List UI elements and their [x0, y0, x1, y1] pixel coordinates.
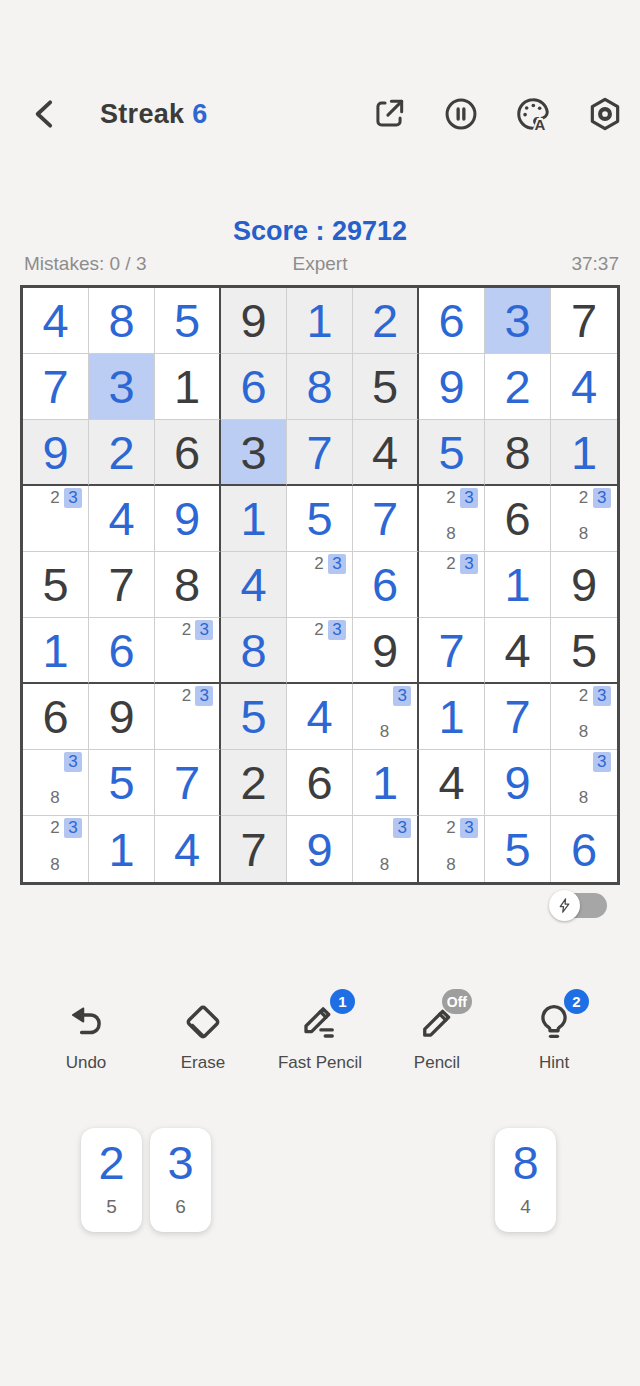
- pencil-mark-8: 8: [376, 722, 394, 742]
- cell-r9c7[interactable]: 238: [419, 816, 485, 882]
- cell-r3c4[interactable]: 3: [221, 420, 287, 486]
- share-icon: [370, 95, 408, 133]
- cell-r5c9[interactable]: 9: [551, 552, 617, 618]
- lightning-bolt-icon: [556, 897, 573, 914]
- pencil-marks: 23: [287, 552, 352, 617]
- cell-r5c4[interactable]: 4: [221, 552, 287, 618]
- user-digit: 5: [108, 759, 134, 806]
- pencil-mark-3: 3: [460, 554, 478, 574]
- user-digit: 3: [108, 363, 134, 410]
- cell-r5c8[interactable]: 1: [485, 552, 551, 618]
- number-card-2[interactable]: 25: [81, 1128, 142, 1232]
- cell-r5c7[interactable]: 23: [419, 552, 485, 618]
- given-digit: 9: [108, 693, 134, 740]
- pencil-marks: 23: [419, 552, 484, 617]
- given-digit: 9: [571, 561, 597, 608]
- pencil-mark-3: 3: [593, 488, 611, 508]
- pencil-mark-2: 2: [46, 818, 64, 838]
- pencil-mark-3: 3: [328, 620, 346, 640]
- cell-r4c4[interactable]: 1: [221, 486, 287, 552]
- pencil-mark-3: 3: [328, 554, 346, 574]
- svg-text:A: A: [535, 116, 546, 133]
- user-digit: 1: [108, 826, 134, 873]
- cell-r7c2[interactable]: 9: [89, 684, 155, 750]
- cell-r8c2[interactable]: 5: [89, 750, 155, 816]
- user-digit: 1: [42, 627, 68, 674]
- pencil-mark-3: 3: [460, 818, 478, 838]
- pencil-marks: 38: [353, 684, 417, 749]
- user-digit: 6: [571, 826, 597, 873]
- cell-r7c3[interactable]: 23: [155, 684, 221, 750]
- streak-title: Streak 6: [100, 99, 208, 130]
- toolbar: Undo Erase 1 Fast Pencil: [30, 1000, 610, 1073]
- pencil-mark-8: 8: [376, 855, 394, 875]
- score-text: Score : 29712: [0, 216, 640, 247]
- erase-icon: [182, 1001, 224, 1043]
- given-digit: 4: [504, 627, 530, 674]
- undo-button[interactable]: Undo: [30, 1000, 142, 1073]
- cell-r6c1[interactable]: 1: [23, 618, 89, 684]
- cell-r4c8[interactable]: 6: [485, 486, 551, 552]
- pencil-mark-8: 8: [46, 788, 64, 808]
- erase-label: Erase: [181, 1053, 225, 1073]
- cell-r3c2[interactable]: 2: [89, 420, 155, 486]
- user-digit: 2: [504, 363, 530, 410]
- user-digit: 7: [306, 429, 332, 476]
- cell-r2c9[interactable]: 4: [551, 354, 617, 420]
- pencil-mark-2: 2: [46, 488, 64, 508]
- pencil-mark-2: 2: [574, 488, 592, 508]
- user-digit: 7: [504, 693, 530, 740]
- cell-r2c5[interactable]: 8: [287, 354, 353, 420]
- cell-r5c2[interactable]: 7: [89, 552, 155, 618]
- given-digit: 7: [571, 297, 597, 344]
- pencil-mark-8: 8: [574, 722, 592, 742]
- cell-r1c1[interactable]: 4: [23, 288, 89, 354]
- user-digit: 4: [306, 693, 332, 740]
- cell-r3c5[interactable]: 7: [287, 420, 353, 486]
- cell-r1c3[interactable]: 5: [155, 288, 221, 354]
- pencil-marks: 38: [551, 750, 617, 815]
- pencil-mark-2: 2: [310, 554, 328, 574]
- pencil-marks: 238: [23, 816, 88, 882]
- given-digit: 5: [372, 363, 398, 410]
- user-digit: 7: [174, 759, 200, 806]
- user-digit: 4: [571, 363, 597, 410]
- given-digit: 9: [240, 297, 266, 344]
- cell-r7c6[interactable]: 38: [353, 684, 419, 750]
- user-digit: 1: [372, 759, 398, 806]
- given-digit: 4: [372, 429, 398, 476]
- pencil-mark-3: 3: [64, 488, 82, 508]
- given-digit: 6: [174, 429, 200, 476]
- cell-r8c4[interactable]: 2: [221, 750, 287, 816]
- user-digit: 5: [306, 495, 332, 542]
- user-digit: 6: [108, 627, 134, 674]
- hint-button[interactable]: 2 Hint: [498, 1000, 610, 1073]
- cell-r5c5[interactable]: 23: [287, 552, 353, 618]
- pencil-mark-8: 8: [574, 524, 592, 544]
- pencil-marks: 38: [23, 750, 88, 815]
- pencil-marks: 238: [419, 486, 484, 551]
- timer: 37:37: [571, 253, 619, 275]
- cell-r1c2[interactable]: 8: [89, 288, 155, 354]
- fast-pencil-badge: 1: [330, 989, 355, 1014]
- hint-badge: 2: [564, 989, 589, 1014]
- pencil-mark-2: 2: [442, 818, 460, 838]
- user-digit: 9: [42, 429, 68, 476]
- cell-r8c9[interactable]: 38: [551, 750, 617, 816]
- user-digit: 2: [108, 429, 134, 476]
- cell-r9c9[interactable]: 6: [551, 816, 617, 882]
- cell-r3c3[interactable]: 6: [155, 420, 221, 486]
- cell-r5c3[interactable]: 8: [155, 552, 221, 618]
- difficulty-label: Expert: [0, 253, 640, 275]
- cell-r1c9[interactable]: 7: [551, 288, 617, 354]
- pencil-marks: 238: [419, 816, 484, 882]
- user-digit: 5: [240, 693, 266, 740]
- cell-r4c2[interactable]: 4: [89, 486, 155, 552]
- pencil-marks: 238: [551, 486, 617, 551]
- theme-palette-icon: A: [514, 95, 552, 133]
- pencil-mark-3: 3: [393, 686, 411, 706]
- undo-icon: [65, 1001, 107, 1043]
- user-digit: 7: [42, 363, 68, 410]
- pencil-mark-2: 2: [310, 620, 328, 640]
- user-digit: 8: [108, 297, 134, 344]
- cell-r5c6[interactable]: 6: [353, 552, 419, 618]
- pencil-mark-2: 2: [574, 686, 592, 706]
- theme-button[interactable]: A: [514, 95, 552, 133]
- cell-r1c4[interactable]: 9: [221, 288, 287, 354]
- user-digit: 5: [174, 297, 200, 344]
- cell-r2c3[interactable]: 1: [155, 354, 221, 420]
- cell-r2c8[interactable]: 2: [485, 354, 551, 420]
- given-digit: 6: [504, 495, 530, 542]
- pencil-mark-3: 3: [393, 818, 411, 838]
- cell-r6c8[interactable]: 4: [485, 618, 551, 684]
- cell-r1c6[interactable]: 2: [353, 288, 419, 354]
- pencil-mark-2: 2: [442, 488, 460, 508]
- cell-r8c3[interactable]: 7: [155, 750, 221, 816]
- status-bar: Mistakes: 0 / 3 Expert 37:37: [0, 253, 640, 279]
- given-digit: 5: [571, 627, 597, 674]
- fast-pencil-button[interactable]: 1 Fast Pencil: [264, 1000, 376, 1073]
- cell-r4c3[interactable]: 9: [155, 486, 221, 552]
- card-remaining-count: 6: [175, 1196, 186, 1218]
- user-digit: 1: [306, 297, 332, 344]
- user-digit: 9: [504, 759, 530, 806]
- cell-r8c1[interactable]: 38: [23, 750, 89, 816]
- pencil-marks: 238: [551, 684, 617, 749]
- share-button[interactable]: [370, 95, 408, 133]
- user-digit: 4: [240, 561, 266, 608]
- pause-icon: [442, 95, 480, 133]
- user-digit: 5: [504, 826, 530, 873]
- sudoku-board: 4859126377316859249263745812349157238623…: [20, 285, 620, 885]
- pause-button[interactable]: [442, 95, 480, 133]
- pencil-mark-3: 3: [593, 686, 611, 706]
- pencil-mark-8: 8: [442, 855, 460, 875]
- cell-r9c3[interactable]: 4: [155, 816, 221, 882]
- given-digit: 3: [240, 429, 266, 476]
- cell-r9c2[interactable]: 1: [89, 816, 155, 882]
- pencil-marks: 23: [155, 618, 219, 682]
- cell-r1c5[interactable]: 1: [287, 288, 353, 354]
- cell-r2c6[interactable]: 5: [353, 354, 419, 420]
- pencil-mark-3: 3: [64, 752, 82, 772]
- given-digit: 8: [504, 429, 530, 476]
- cell-r9c4[interactable]: 7: [221, 816, 287, 882]
- pencil-button[interactable]: Off Pencil: [381, 1000, 493, 1073]
- undo-label: Undo: [66, 1053, 107, 1073]
- card-digit: 8: [512, 1139, 538, 1186]
- sudoku-app: Streak 6 A: [0, 0, 640, 1386]
- cell-r4c5[interactable]: 5: [287, 486, 353, 552]
- user-digit: 6: [372, 561, 398, 608]
- cell-r6c2[interactable]: 6: [89, 618, 155, 684]
- card-digit: 3: [167, 1139, 193, 1186]
- user-digit: 8: [306, 363, 332, 410]
- cell-r8c5[interactable]: 6: [287, 750, 353, 816]
- fast-pencil-label: Fast Pencil: [278, 1053, 362, 1073]
- cell-r6c3[interactable]: 23: [155, 618, 221, 684]
- erase-button[interactable]: Erase: [147, 1000, 259, 1073]
- cell-r2c4[interactable]: 6: [221, 354, 287, 420]
- given-digit: 1: [174, 363, 200, 410]
- pencil-mark-3: 3: [460, 488, 478, 508]
- settings-icon: [586, 95, 624, 133]
- back-chevron-icon: [26, 94, 66, 134]
- given-digit: 6: [42, 693, 68, 740]
- cell-r3c1[interactable]: 9: [23, 420, 89, 486]
- pencil-label: Pencil: [414, 1053, 460, 1073]
- cell-r9c1[interactable]: 238: [23, 816, 89, 882]
- given-digit: 8: [174, 561, 200, 608]
- pencil-marks: 23: [287, 618, 352, 682]
- cell-r1c8[interactable]: 3: [485, 288, 551, 354]
- user-digit: 1: [438, 693, 464, 740]
- streak-label: Streak: [100, 99, 184, 129]
- cell-r6c9[interactable]: 5: [551, 618, 617, 684]
- user-digit: 2: [372, 297, 398, 344]
- pencil-marks: 23: [155, 684, 219, 749]
- pencil-mark-8: 8: [46, 855, 64, 875]
- cell-r7c5[interactable]: 4: [287, 684, 353, 750]
- back-button[interactable]: [26, 94, 66, 134]
- cell-r7c8[interactable]: 7: [485, 684, 551, 750]
- pencil-mark-3: 3: [64, 818, 82, 838]
- cell-r3c7[interactable]: 5: [419, 420, 485, 486]
- header-icons: A: [370, 95, 624, 133]
- cell-r1c7[interactable]: 6: [419, 288, 485, 354]
- user-digit: 1: [571, 429, 597, 476]
- user-digit: 9: [438, 363, 464, 410]
- pencil-mark-2: 2: [178, 686, 196, 706]
- pencil-mark-8: 8: [442, 524, 460, 544]
- cell-r4c9[interactable]: 238: [551, 486, 617, 552]
- hint-label: Hint: [539, 1053, 569, 1073]
- number-card-3[interactable]: 36: [150, 1128, 211, 1232]
- cell-r4c7[interactable]: 238: [419, 486, 485, 552]
- card-digit: 2: [98, 1139, 124, 1186]
- user-digit: 7: [438, 627, 464, 674]
- user-digit: 5: [438, 429, 464, 476]
- user-digit: 3: [504, 297, 530, 344]
- given-digit: 6: [306, 759, 332, 806]
- pencil-mark-3: 3: [593, 752, 611, 772]
- given-digit: 7: [108, 561, 134, 608]
- user-digit: 4: [108, 495, 134, 542]
- cell-r8c6[interactable]: 1: [353, 750, 419, 816]
- cell-r2c2[interactable]: 3: [89, 354, 155, 420]
- user-digit: 1: [240, 495, 266, 542]
- user-digit: 7: [372, 495, 398, 542]
- pencil-marks: 23: [23, 486, 88, 551]
- given-digit: 9: [372, 627, 398, 674]
- given-digit: 7: [240, 826, 266, 873]
- cell-r9c8[interactable]: 5: [485, 816, 551, 882]
- board-grid: 4859126377316859249263745812349157238623…: [23, 288, 617, 882]
- card-remaining-count: 4: [520, 1196, 531, 1218]
- cell-r2c1[interactable]: 7: [23, 354, 89, 420]
- cell-r8c8[interactable]: 9: [485, 750, 551, 816]
- user-digit: 1: [504, 561, 530, 608]
- cell-r6c4[interactable]: 8: [221, 618, 287, 684]
- cell-r2c7[interactable]: 9: [419, 354, 485, 420]
- user-digit: 6: [438, 297, 464, 344]
- user-digit: 4: [174, 826, 200, 873]
- cell-r9c5[interactable]: 9: [287, 816, 353, 882]
- cell-r6c7[interactable]: 7: [419, 618, 485, 684]
- given-digit: 4: [438, 759, 464, 806]
- energy-knob: [549, 890, 580, 921]
- settings-button[interactable]: [586, 95, 624, 133]
- cell-r3c9[interactable]: 1: [551, 420, 617, 486]
- user-digit: 8: [240, 627, 266, 674]
- pencil-mark-8: 8: [574, 788, 592, 808]
- streak-value: 6: [192, 99, 207, 129]
- pencil-mark-3: 3: [195, 686, 213, 706]
- cell-r4c6[interactable]: 7: [353, 486, 419, 552]
- user-digit: 9: [306, 826, 332, 873]
- cell-r6c6[interactable]: 9: [353, 618, 419, 684]
- cell-r6c5[interactable]: 23: [287, 618, 353, 684]
- energy-toggle[interactable]: [551, 893, 607, 918]
- user-digit: 9: [174, 495, 200, 542]
- given-digit: 5: [42, 561, 68, 608]
- cell-r8c7[interactable]: 4: [419, 750, 485, 816]
- cell-r9c6[interactable]: 38: [353, 816, 419, 882]
- user-digit: 4: [42, 297, 68, 344]
- cell-r3c6[interactable]: 4: [353, 420, 419, 486]
- cell-r7c4[interactable]: 5: [221, 684, 287, 750]
- user-digit: 6: [240, 363, 266, 410]
- pencil-marks: 38: [353, 816, 417, 882]
- cell-r7c7[interactable]: 1: [419, 684, 485, 750]
- cell-r3c8[interactable]: 8: [485, 420, 551, 486]
- cell-r4c1[interactable]: 23: [23, 486, 89, 552]
- pencil-badge: Off: [442, 989, 472, 1014]
- given-digit: 2: [240, 759, 266, 806]
- cell-r7c1[interactable]: 6: [23, 684, 89, 750]
- pencil-mark-2: 2: [442, 554, 460, 574]
- cell-r7c9[interactable]: 238: [551, 684, 617, 750]
- pencil-mark-3: 3: [195, 620, 213, 640]
- number-card-8[interactable]: 84: [495, 1128, 556, 1232]
- card-remaining-count: 5: [106, 1196, 117, 1218]
- cell-r5c1[interactable]: 5: [23, 552, 89, 618]
- pencil-mark-2: 2: [178, 620, 196, 640]
